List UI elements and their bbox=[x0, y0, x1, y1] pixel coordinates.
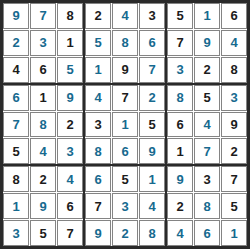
sudoku-box-8: 651734928 bbox=[85, 166, 165, 246]
cell-r7c8[interactable]: 3 bbox=[194, 166, 220, 192]
cell-r8c6[interactable]: 4 bbox=[139, 193, 165, 219]
cell-r5c9[interactable]: 9 bbox=[221, 112, 247, 138]
cell-r5c5[interactable]: 1 bbox=[112, 112, 138, 138]
cell-r7c3[interactable]: 4 bbox=[57, 166, 83, 192]
sudoku-board: 978231465 243586197 516794328 619782543 … bbox=[0, 0, 250, 249]
cell-r2c4[interactable]: 5 bbox=[85, 30, 111, 56]
cell-r1c8[interactable]: 1 bbox=[194, 3, 220, 29]
cell-r7c9[interactable]: 7 bbox=[221, 166, 247, 192]
sudoku-box-3: 516794328 bbox=[167, 3, 247, 83]
cell-r1c7[interactable]: 5 bbox=[167, 3, 193, 29]
cell-r4c7[interactable]: 8 bbox=[167, 85, 193, 111]
cell-r3c2[interactable]: 6 bbox=[30, 57, 56, 83]
cell-r6c6[interactable]: 9 bbox=[139, 138, 165, 164]
sudoku-box-7: 824196357 bbox=[3, 166, 83, 246]
cell-r9c1[interactable]: 3 bbox=[3, 220, 29, 246]
sudoku-box-9: 937285461 bbox=[167, 166, 247, 246]
cell-r1c9[interactable]: 6 bbox=[221, 3, 247, 29]
cell-r3c5[interactable]: 9 bbox=[112, 57, 138, 83]
cell-r4c4[interactable]: 4 bbox=[85, 85, 111, 111]
cell-r8c2[interactable]: 9 bbox=[30, 193, 56, 219]
cell-r1c4[interactable]: 2 bbox=[85, 3, 111, 29]
cell-r4c2[interactable]: 1 bbox=[30, 85, 56, 111]
cell-r8c1[interactable]: 1 bbox=[3, 193, 29, 219]
cell-r3c9[interactable]: 8 bbox=[221, 57, 247, 83]
cell-r6c1[interactable]: 5 bbox=[3, 138, 29, 164]
cell-r1c5[interactable]: 4 bbox=[112, 3, 138, 29]
cell-r2c5[interactable]: 8 bbox=[112, 30, 138, 56]
cell-r2c6[interactable]: 6 bbox=[139, 30, 165, 56]
cell-r4c1[interactable]: 6 bbox=[3, 85, 29, 111]
sudoku-box-2: 243586197 bbox=[85, 3, 165, 83]
cell-r7c4[interactable]: 6 bbox=[85, 166, 111, 192]
cell-r5c2[interactable]: 8 bbox=[30, 112, 56, 138]
cell-r2c7[interactable]: 7 bbox=[167, 30, 193, 56]
cell-r2c1[interactable]: 2 bbox=[3, 30, 29, 56]
cell-r4c5[interactable]: 7 bbox=[112, 85, 138, 111]
sudoku-box-5: 472315869 bbox=[85, 85, 165, 165]
cell-r9c3[interactable]: 7 bbox=[57, 220, 83, 246]
cell-r3c8[interactable]: 2 bbox=[194, 57, 220, 83]
cell-r3c3[interactable]: 5 bbox=[57, 57, 83, 83]
sudoku-box-4: 619782543 bbox=[3, 85, 83, 165]
cell-r9c4[interactable]: 9 bbox=[85, 220, 111, 246]
cell-r1c2[interactable]: 7 bbox=[30, 3, 56, 29]
cell-r1c1[interactable]: 9 bbox=[3, 3, 29, 29]
cell-r9c8[interactable]: 6 bbox=[194, 220, 220, 246]
cell-r9c9[interactable]: 1 bbox=[221, 220, 247, 246]
cell-r3c4[interactable]: 1 bbox=[85, 57, 111, 83]
cell-r4c3[interactable]: 9 bbox=[57, 85, 83, 111]
cell-r1c6[interactable]: 3 bbox=[139, 3, 165, 29]
cell-r3c7[interactable]: 3 bbox=[167, 57, 193, 83]
cell-r7c6[interactable]: 1 bbox=[139, 166, 165, 192]
sudoku-box-6: 853649172 bbox=[167, 85, 247, 165]
cell-r8c5[interactable]: 3 bbox=[112, 193, 138, 219]
cell-r2c8[interactable]: 9 bbox=[194, 30, 220, 56]
cell-r6c2[interactable]: 4 bbox=[30, 138, 56, 164]
cell-r6c7[interactable]: 1 bbox=[167, 138, 193, 164]
cell-r5c1[interactable]: 7 bbox=[3, 112, 29, 138]
cell-r8c8[interactable]: 8 bbox=[194, 193, 220, 219]
cell-r2c9[interactable]: 4 bbox=[221, 30, 247, 56]
cell-r6c5[interactable]: 6 bbox=[112, 138, 138, 164]
cell-r9c5[interactable]: 2 bbox=[112, 220, 138, 246]
cell-r6c8[interactable]: 7 bbox=[194, 138, 220, 164]
cell-r5c6[interactable]: 5 bbox=[139, 112, 165, 138]
cell-r7c2[interactable]: 2 bbox=[30, 166, 56, 192]
cell-r1c3[interactable]: 8 bbox=[57, 3, 83, 29]
cell-r6c4[interactable]: 8 bbox=[85, 138, 111, 164]
cell-r2c2[interactable]: 3 bbox=[30, 30, 56, 56]
cell-r6c3[interactable]: 3 bbox=[57, 138, 83, 164]
cell-r2c3[interactable]: 1 bbox=[57, 30, 83, 56]
cell-r8c4[interactable]: 7 bbox=[85, 193, 111, 219]
cell-r5c8[interactable]: 4 bbox=[194, 112, 220, 138]
cell-r7c7[interactable]: 9 bbox=[167, 166, 193, 192]
cell-r4c6[interactable]: 2 bbox=[139, 85, 165, 111]
cell-r9c7[interactable]: 4 bbox=[167, 220, 193, 246]
cell-r5c3[interactable]: 2 bbox=[57, 112, 83, 138]
cell-r9c6[interactable]: 8 bbox=[139, 220, 165, 246]
cell-r8c9[interactable]: 5 bbox=[221, 193, 247, 219]
cell-r6c9[interactable]: 2 bbox=[221, 138, 247, 164]
cell-r5c7[interactable]: 6 bbox=[167, 112, 193, 138]
cell-r4c9[interactable]: 3 bbox=[221, 85, 247, 111]
cell-r5c4[interactable]: 3 bbox=[85, 112, 111, 138]
cell-r3c6[interactable]: 7 bbox=[139, 57, 165, 83]
cell-r9c2[interactable]: 5 bbox=[30, 220, 56, 246]
cell-r8c3[interactable]: 6 bbox=[57, 193, 83, 219]
sudoku-box-1: 978231465 bbox=[3, 3, 83, 83]
cell-r7c1[interactable]: 8 bbox=[3, 166, 29, 192]
cell-r3c1[interactable]: 4 bbox=[3, 57, 29, 83]
cell-r4c8[interactable]: 5 bbox=[194, 85, 220, 111]
cell-r7c5[interactable]: 5 bbox=[112, 166, 138, 192]
cell-r8c7[interactable]: 2 bbox=[167, 193, 193, 219]
